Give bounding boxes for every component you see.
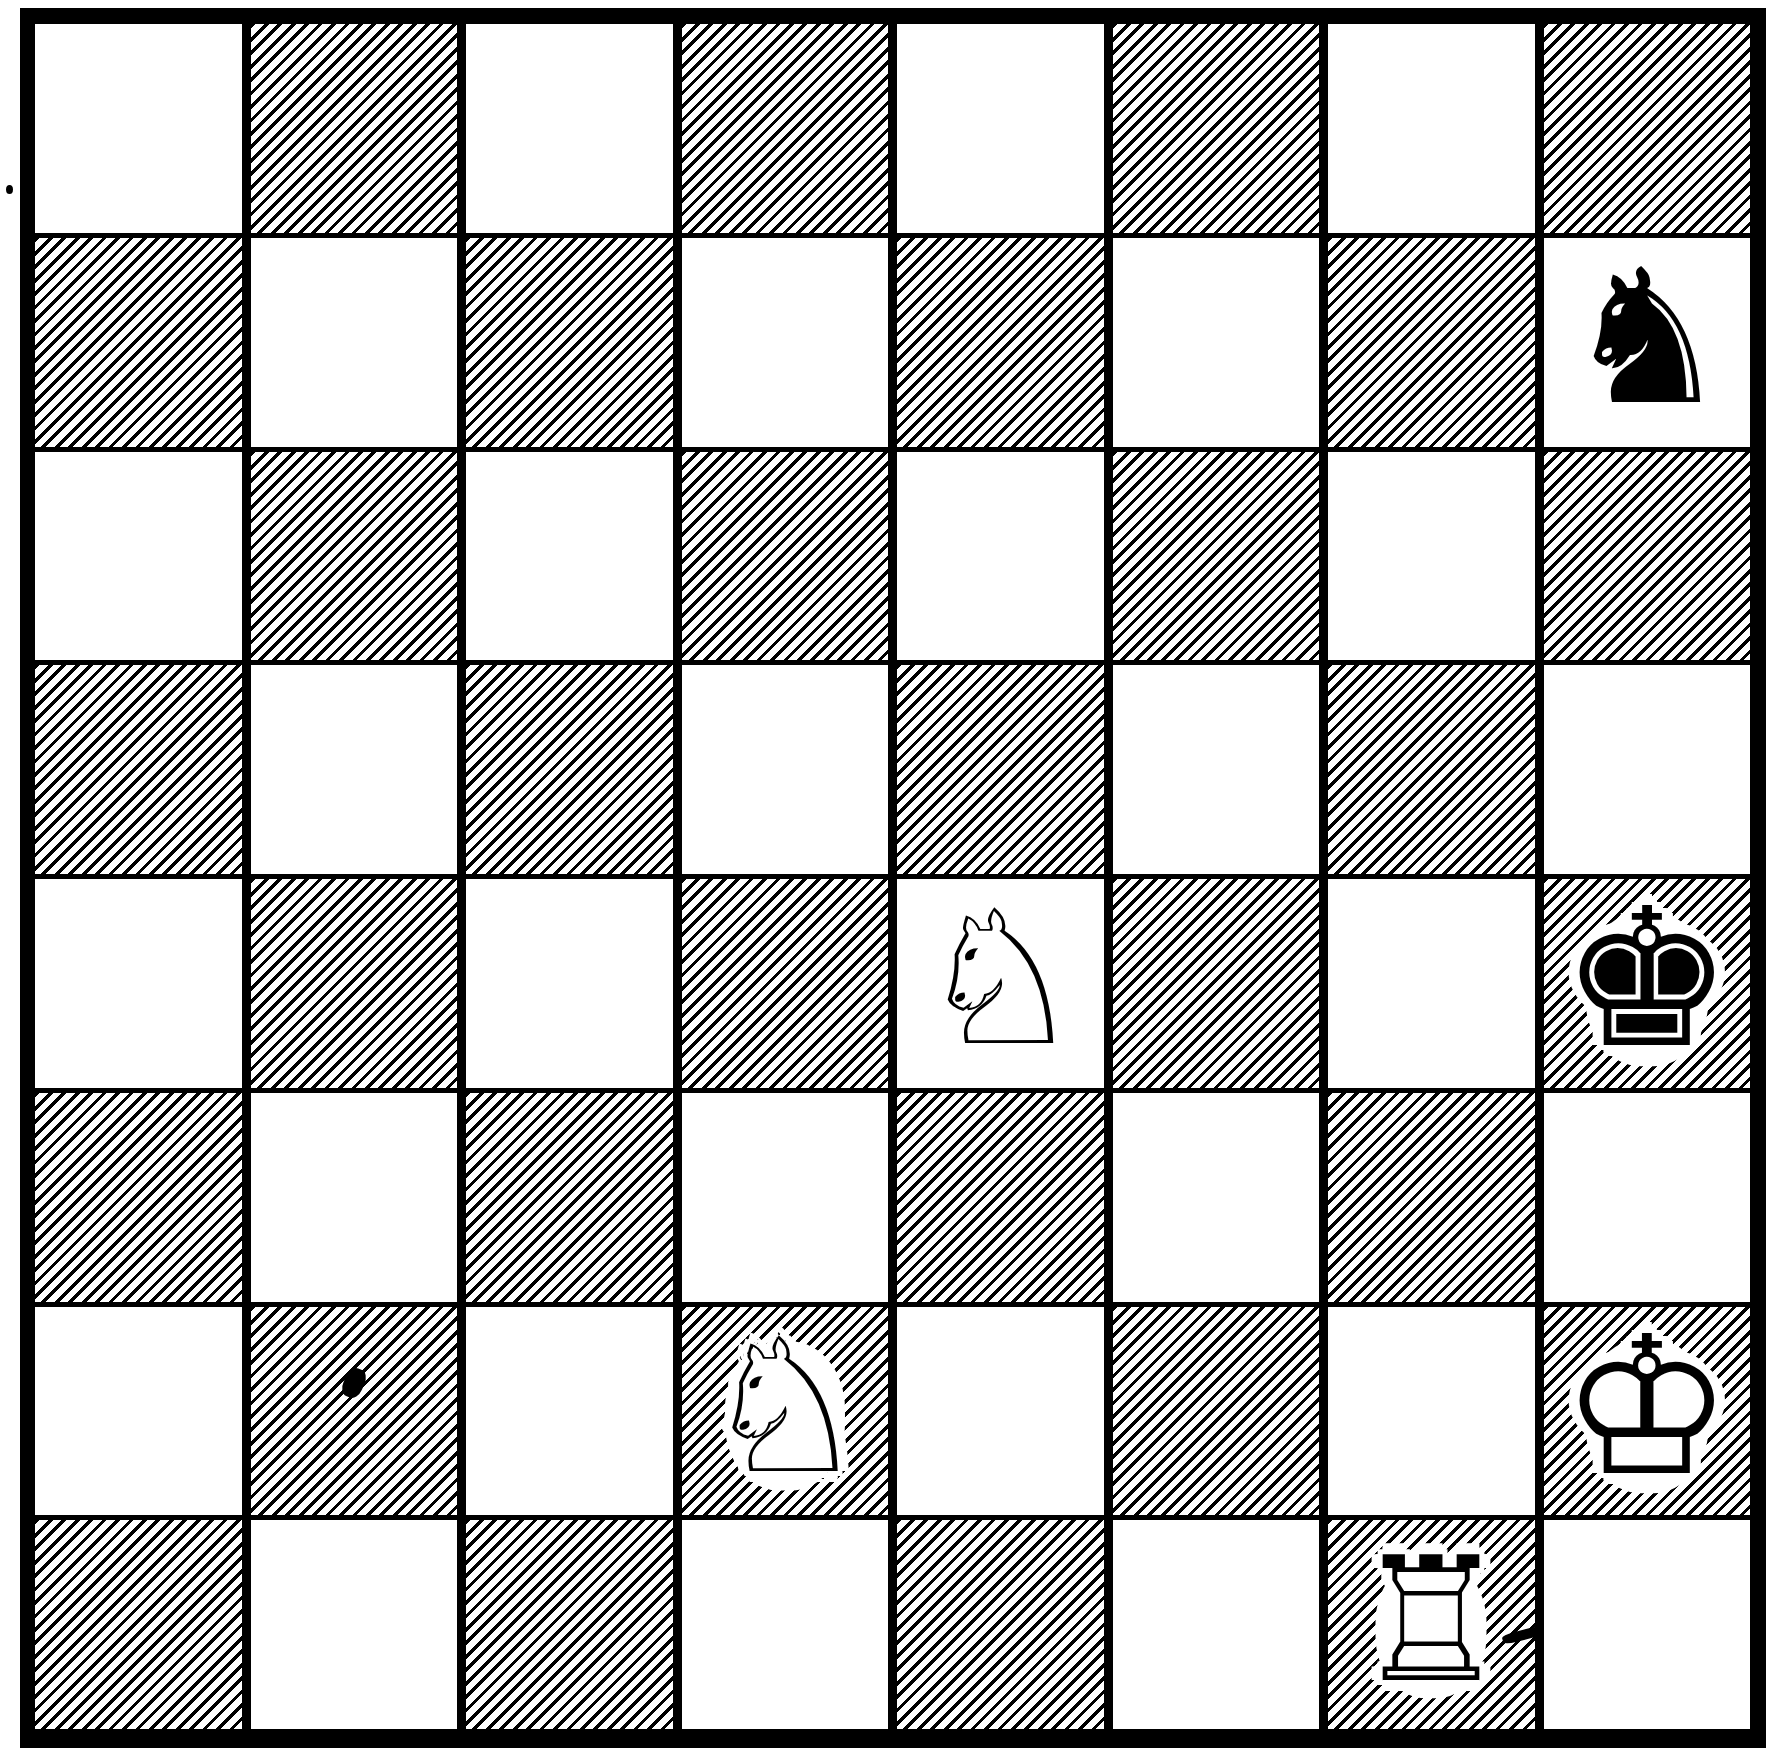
square-c7: [466, 238, 673, 447]
square-g6: [1328, 452, 1535, 661]
square-f8: [1113, 24, 1320, 233]
square-d3: [682, 1093, 889, 1302]
square-b3: [251, 1093, 458, 1302]
square-g1: ♖: [1328, 1520, 1535, 1729]
square-c8: [466, 24, 673, 233]
square-d6: [682, 452, 889, 661]
white-king: ♔: [1561, 1311, 1733, 1503]
square-a4: [35, 879, 242, 1088]
square-f7: [1113, 238, 1320, 447]
square-a1: [35, 1520, 242, 1729]
black-king: ♚: [1561, 883, 1733, 1075]
square-g2: [1328, 1307, 1535, 1516]
square-d1: [682, 1520, 889, 1729]
square-h8: [1544, 24, 1751, 233]
square-e2: [897, 1307, 1104, 1516]
square-b7: [251, 238, 458, 447]
square-f4: [1113, 879, 1320, 1088]
square-a3: [35, 1093, 242, 1302]
square-g8: [1328, 24, 1535, 233]
square-d2: ♘: [682, 1307, 889, 1516]
square-h3: [1544, 1093, 1751, 1302]
square-c6: [466, 452, 673, 661]
white-knight: ♘: [917, 886, 1084, 1072]
square-h5: [1544, 665, 1751, 874]
square-h2: ♔: [1544, 1307, 1751, 1516]
square-f1: [1113, 1520, 1320, 1729]
square-g4: [1328, 879, 1535, 1088]
square-e1: [897, 1520, 1104, 1729]
square-e4: ♘: [897, 879, 1104, 1088]
white-rook: ♖: [1354, 1535, 1508, 1707]
square-e7: [897, 238, 1104, 447]
square-e3: [897, 1093, 1104, 1302]
square-f5: [1113, 665, 1320, 874]
square-b2: [251, 1307, 458, 1516]
square-c2: [466, 1307, 673, 1516]
white-knight: ♘: [701, 1314, 868, 1500]
chess-board: ♞♘♚♘♔♖: [35, 24, 1750, 1729]
square-b5: [251, 665, 458, 874]
square-a6: [35, 452, 242, 661]
square-d4: [682, 879, 889, 1088]
square-a5: [35, 665, 242, 874]
square-b8: [251, 24, 458, 233]
square-g7: [1328, 238, 1535, 447]
black-knight: ♞: [1563, 245, 1730, 431]
square-a2: [35, 1307, 242, 1516]
square-f6: [1113, 452, 1320, 661]
square-c1: [466, 1520, 673, 1729]
square-c3: [466, 1093, 673, 1302]
square-b4: [251, 879, 458, 1088]
square-b6: [251, 452, 458, 661]
square-c5: [466, 665, 673, 874]
square-h7: ♞: [1544, 238, 1751, 447]
square-g5: [1328, 665, 1535, 874]
square-d5: [682, 665, 889, 874]
square-g3: [1328, 1093, 1535, 1302]
square-e8: [897, 24, 1104, 233]
square-a7: [35, 238, 242, 447]
square-h6: [1544, 452, 1751, 661]
board-frame: ♞♘♚♘♔♖: [20, 8, 1766, 1748]
square-d8: [682, 24, 889, 233]
square-e6: [897, 452, 1104, 661]
square-c4: [466, 879, 673, 1088]
square-b1: [251, 1520, 458, 1729]
square-h1: [1544, 1520, 1751, 1729]
square-f2: [1113, 1307, 1320, 1516]
square-a8: [35, 24, 242, 233]
ink-dot-left-margin: [6, 185, 13, 194]
square-e5: [897, 665, 1104, 874]
square-f3: [1113, 1093, 1320, 1302]
square-h4: ♚: [1544, 879, 1751, 1088]
square-d7: [682, 238, 889, 447]
